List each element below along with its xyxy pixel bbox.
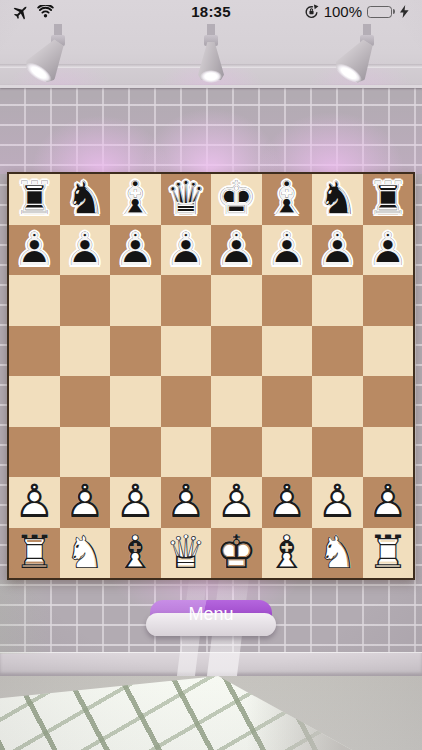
square-g3[interactable] xyxy=(312,427,363,478)
black-pawn: ♟♙ xyxy=(60,225,111,276)
spotlight-center xyxy=(189,24,233,92)
black-bishop: ♝♗ xyxy=(262,174,313,225)
square-g5[interactable] xyxy=(312,326,363,377)
black-bishop: ♝♗ xyxy=(110,174,161,225)
square-d3[interactable] xyxy=(161,427,212,478)
white-rook: ♜♖ xyxy=(9,528,60,579)
status-bar: 18:35 100% xyxy=(0,0,422,23)
square-h3[interactable] xyxy=(363,427,414,478)
black-pawn: ♟♙ xyxy=(211,225,262,276)
square-d1[interactable]: ♛♕ xyxy=(161,528,212,579)
square-a3[interactable] xyxy=(9,427,60,478)
spotlight-glow-upper xyxy=(0,86,422,174)
airplane-mode-icon xyxy=(13,4,29,20)
square-a2[interactable]: ♟♙ xyxy=(9,477,60,528)
black-king: ♚♔ xyxy=(211,174,262,225)
black-pawn: ♟♙ xyxy=(161,225,212,276)
square-e5[interactable] xyxy=(211,326,262,377)
square-f2[interactable]: ♟♙ xyxy=(262,477,313,528)
square-b1[interactable]: ♞♘ xyxy=(60,528,111,579)
white-pawn: ♟♙ xyxy=(60,477,111,528)
square-b8[interactable]: ♞♘ xyxy=(60,174,111,225)
black-pawn: ♟♙ xyxy=(312,225,363,276)
square-g6[interactable] xyxy=(312,275,363,326)
square-e1[interactable]: ♚♔ xyxy=(211,528,262,579)
white-knight: ♞♘ xyxy=(312,528,363,579)
square-g1[interactable]: ♞♘ xyxy=(312,528,363,579)
square-d5[interactable] xyxy=(161,326,212,377)
square-d7[interactable]: ♟♙ xyxy=(161,225,212,276)
square-c5[interactable] xyxy=(110,326,161,377)
black-knight: ♞♘ xyxy=(60,174,111,225)
square-f8[interactable]: ♝♗ xyxy=(262,174,313,225)
black-pawn: ♟♙ xyxy=(262,225,313,276)
square-b5[interactable] xyxy=(60,326,111,377)
square-h7[interactable]: ♟♙ xyxy=(363,225,414,276)
square-h6[interactable] xyxy=(363,275,414,326)
charging-bolt-icon xyxy=(400,5,409,18)
square-e7[interactable]: ♟♙ xyxy=(211,225,262,276)
black-pawn: ♟♙ xyxy=(110,225,161,276)
square-c7[interactable]: ♟♙ xyxy=(110,225,161,276)
square-h2[interactable]: ♟♙ xyxy=(363,477,414,528)
square-c4[interactable] xyxy=(110,376,161,427)
black-pawn: ♟♙ xyxy=(9,225,60,276)
square-g8[interactable]: ♞♘ xyxy=(312,174,363,225)
white-bishop: ♝♗ xyxy=(262,528,313,579)
square-h1[interactable]: ♜♖ xyxy=(363,528,414,579)
white-pawn: ♟♙ xyxy=(9,477,60,528)
white-pawn: ♟♙ xyxy=(211,477,262,528)
white-knight: ♞♘ xyxy=(60,528,111,579)
white-pawn: ♟♙ xyxy=(161,477,212,528)
black-queen: ♛♕ xyxy=(161,174,212,225)
square-e6[interactable] xyxy=(211,275,262,326)
black-rook: ♜♖ xyxy=(9,174,60,225)
status-left-group xyxy=(13,4,54,20)
square-h4[interactable] xyxy=(363,376,414,427)
white-pawn: ♟♙ xyxy=(110,477,161,528)
square-c2[interactable]: ♟♙ xyxy=(110,477,161,528)
square-e3[interactable] xyxy=(211,427,262,478)
app-screen: 18:35 100% ♜♖♞♘♝♗♛♕♚♔♝♗♞♘♜♖♟♙♟♙♟♙♟♙♟♙♟♙♟… xyxy=(0,0,422,750)
square-b6[interactable] xyxy=(60,275,111,326)
lamp-light xyxy=(200,70,223,83)
orientation-lock-icon xyxy=(304,4,319,19)
square-d8[interactable]: ♛♕ xyxy=(161,174,212,225)
square-c6[interactable] xyxy=(110,275,161,326)
white-queen: ♛♕ xyxy=(161,528,212,579)
square-d6[interactable] xyxy=(161,275,212,326)
square-d4[interactable] xyxy=(161,376,212,427)
wifi-icon xyxy=(37,5,54,18)
square-e2[interactable]: ♟♙ xyxy=(211,477,262,528)
square-a8[interactable]: ♜♖ xyxy=(9,174,60,225)
status-right-group: 100% xyxy=(304,3,409,20)
square-b3[interactable] xyxy=(60,427,111,478)
square-f3[interactable] xyxy=(262,427,313,478)
square-b4[interactable] xyxy=(60,376,111,427)
square-f7[interactable]: ♟♙ xyxy=(262,225,313,276)
square-g7[interactable]: ♟♙ xyxy=(312,225,363,276)
square-f6[interactable] xyxy=(262,275,313,326)
menu-button[interactable]: Menu xyxy=(150,600,272,628)
battery-percent: 100% xyxy=(324,3,362,20)
square-c3[interactable] xyxy=(110,427,161,478)
square-h5[interactable] xyxy=(363,326,414,377)
white-pawn: ♟♙ xyxy=(363,477,414,528)
white-king: ♚♔ xyxy=(211,528,262,579)
square-a6[interactable] xyxy=(9,275,60,326)
black-pawn: ♟♙ xyxy=(363,225,414,276)
square-a7[interactable]: ♟♙ xyxy=(9,225,60,276)
square-b7[interactable]: ♟♙ xyxy=(60,225,111,276)
square-a4[interactable] xyxy=(9,376,60,427)
square-e8[interactable]: ♚♔ xyxy=(211,174,262,225)
white-rook: ♜♖ xyxy=(363,528,414,579)
spotlight-right xyxy=(345,24,389,92)
square-e4[interactable] xyxy=(211,376,262,427)
square-c1[interactable]: ♝♗ xyxy=(110,528,161,579)
spotlight-left xyxy=(36,24,80,92)
white-bishop: ♝♗ xyxy=(110,528,161,579)
square-f4[interactable] xyxy=(262,376,313,427)
square-g4[interactable] xyxy=(312,376,363,427)
square-c8[interactable]: ♝♗ xyxy=(110,174,161,225)
square-a5[interactable] xyxy=(9,326,60,377)
square-a1[interactable]: ♜♖ xyxy=(9,528,60,579)
black-rook: ♜♖ xyxy=(363,174,414,225)
black-knight: ♞♘ xyxy=(312,174,363,225)
white-pawn: ♟♙ xyxy=(312,477,363,528)
status-clock: 18:35 xyxy=(191,3,230,20)
lamp-head xyxy=(198,42,224,80)
square-f1[interactable]: ♝♗ xyxy=(262,528,313,579)
square-g2[interactable]: ♟♙ xyxy=(312,477,363,528)
white-pawn: ♟♙ xyxy=(262,477,313,528)
battery-icon xyxy=(367,6,395,18)
square-h8[interactable]: ♜♖ xyxy=(363,174,414,225)
square-d2[interactable]: ♟♙ xyxy=(161,477,212,528)
chess-board[interactable]: ♜♖♞♘♝♗♛♕♚♔♝♗♞♘♜♖♟♙♟♙♟♙♟♙♟♙♟♙♟♙♟♙♟♙♟♙♟♙♟♙… xyxy=(7,172,415,580)
square-f5[interactable] xyxy=(262,326,313,377)
square-b2[interactable]: ♟♙ xyxy=(60,477,111,528)
